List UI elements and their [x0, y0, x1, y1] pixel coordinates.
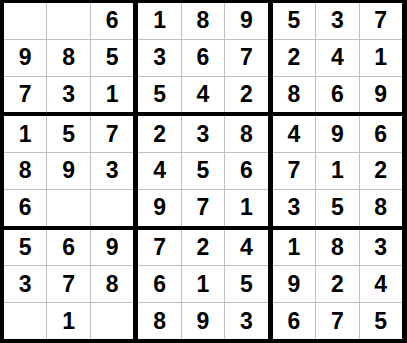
- digit: 3: [240, 310, 253, 333]
- cell-r4c1[interactable]: 1: [4, 116, 46, 152]
- cell-r2c3[interactable]: 5: [91, 40, 133, 76]
- cell-r3c9[interactable]: 9: [360, 77, 402, 113]
- cell-r6c2[interactable]: [47, 190, 89, 226]
- digit: 1: [62, 310, 75, 333]
- cell-r9c7[interactable]: 6: [273, 303, 315, 339]
- digit: 6: [106, 9, 119, 32]
- digit: 5: [197, 159, 210, 182]
- digit: 3: [287, 196, 300, 219]
- digit: 8: [62, 46, 75, 69]
- cell-r6c5[interactable]: 7: [182, 190, 224, 226]
- cell-r3c4[interactable]: 5: [138, 77, 180, 113]
- digit: 5: [240, 273, 253, 296]
- sudoku-board: 6985731189367542537241869157893623845697…: [0, 0, 407, 343]
- cell-r3c2[interactable]: 3: [47, 77, 89, 113]
- cell-r1c5[interactable]: 8: [182, 3, 224, 39]
- digit: 7: [153, 236, 166, 259]
- cell-r6c6[interactable]: 1: [225, 190, 267, 226]
- digit: 6: [331, 83, 344, 106]
- cell-r8c1[interactable]: 3: [4, 266, 46, 302]
- digit: 6: [153, 273, 166, 296]
- digit: 1: [374, 46, 387, 69]
- cell-r7c2[interactable]: 6: [47, 230, 89, 266]
- cell-r3c6[interactable]: 2: [225, 77, 267, 113]
- cell-r4c2[interactable]: 5: [47, 116, 89, 152]
- digit: 2: [331, 273, 344, 296]
- digit: 9: [374, 83, 387, 106]
- cell-r7c3[interactable]: 9: [91, 230, 133, 266]
- cell-r2c4[interactable]: 3: [138, 40, 180, 76]
- cell-r6c9[interactable]: 8: [360, 190, 402, 226]
- digit: 5: [374, 310, 387, 333]
- cell-r8c6[interactable]: 5: [225, 266, 267, 302]
- digit: 2: [240, 83, 253, 106]
- cell-r2c8[interactable]: 4: [316, 40, 358, 76]
- cell-r1c1[interactable]: [4, 3, 46, 39]
- digit: 2: [287, 46, 300, 69]
- box-5: 238456971: [138, 116, 267, 225]
- cell-r3c5[interactable]: 4: [182, 77, 224, 113]
- cell-r7c7[interactable]: 1: [273, 230, 315, 266]
- cell-r9c1[interactable]: [4, 303, 46, 339]
- cell-r7c1[interactable]: 5: [4, 230, 46, 266]
- digit: 8: [331, 236, 344, 259]
- digit: 3: [106, 159, 119, 182]
- digit: 3: [153, 46, 166, 69]
- digit: 8: [287, 83, 300, 106]
- cell-r3c3[interactable]: 1: [91, 77, 133, 113]
- cell-r1c8[interactable]: 3: [316, 3, 358, 39]
- digit: 2: [197, 236, 210, 259]
- digit: 4: [240, 236, 253, 259]
- cell-r9c4[interactable]: 8: [138, 303, 180, 339]
- cell-r5c6[interactable]: 6: [225, 153, 267, 189]
- digit: 6: [197, 46, 210, 69]
- cell-r6c7[interactable]: 3: [273, 190, 315, 226]
- digit: 3: [62, 83, 75, 106]
- cell-r5c1[interactable]: 8: [4, 153, 46, 189]
- cell-r7c6[interactable]: 4: [225, 230, 267, 266]
- cell-r8c9[interactable]: 4: [360, 266, 402, 302]
- cell-r2c7[interactable]: 2: [273, 40, 315, 76]
- cell-r1c6[interactable]: 9: [225, 3, 267, 39]
- box-1: 6985731: [4, 3, 133, 112]
- cell-r2c9[interactable]: 1: [360, 40, 402, 76]
- cell-r3c8[interactable]: 6: [316, 77, 358, 113]
- digit: 6: [287, 310, 300, 333]
- cell-r9c8[interactable]: 7: [316, 303, 358, 339]
- cell-r7c4[interactable]: 7: [138, 230, 180, 266]
- cell-r6c1[interactable]: 6: [4, 190, 46, 226]
- cell-r4c5[interactable]: 3: [182, 116, 224, 152]
- digit: 9: [331, 123, 344, 146]
- cell-r5c9[interactable]: 2: [360, 153, 402, 189]
- digit: 5: [62, 123, 75, 146]
- digit: 8: [240, 123, 253, 146]
- cell-r3c7[interactable]: 8: [273, 77, 315, 113]
- cell-r9c5[interactable]: 9: [182, 303, 224, 339]
- digit: 4: [197, 83, 210, 106]
- digit: 6: [19, 196, 32, 219]
- digit: 6: [62, 236, 75, 259]
- cell-r9c3[interactable]: [91, 303, 133, 339]
- digit: 5: [287, 9, 300, 32]
- cell-r1c3[interactable]: 6: [91, 3, 133, 39]
- digit: 8: [197, 9, 210, 32]
- cell-r1c9[interactable]: 7: [360, 3, 402, 39]
- cell-r8c3[interactable]: 8: [91, 266, 133, 302]
- cell-r2c2[interactable]: 8: [47, 40, 89, 76]
- box-8: 724615893: [138, 230, 267, 339]
- digit: 5: [19, 236, 32, 259]
- cell-r1c2[interactable]: [47, 3, 89, 39]
- digit: 8: [106, 273, 119, 296]
- cell-r9c2[interactable]: 1: [47, 303, 89, 339]
- digit: 8: [19, 159, 32, 182]
- digit: 7: [197, 196, 210, 219]
- digit: 2: [374, 159, 387, 182]
- cell-r5c4[interactable]: 4: [138, 153, 180, 189]
- cell-r4c4[interactable]: 2: [138, 116, 180, 152]
- cell-r7c5[interactable]: 2: [182, 230, 224, 266]
- digit: 4: [331, 46, 344, 69]
- cell-r5c7[interactable]: 7: [273, 153, 315, 189]
- cell-r1c7[interactable]: 5: [273, 3, 315, 39]
- cell-r8c4[interactable]: 6: [138, 266, 180, 302]
- cell-r4c8[interactable]: 9: [316, 116, 358, 152]
- digit: 5: [331, 196, 344, 219]
- digit: 7: [287, 159, 300, 182]
- cell-r6c3[interactable]: [91, 190, 133, 226]
- digit: 9: [153, 196, 166, 219]
- cell-r2c6[interactable]: 7: [225, 40, 267, 76]
- digit: 9: [287, 273, 300, 296]
- digit: 7: [19, 83, 32, 106]
- digit: 9: [19, 46, 32, 69]
- digit: 8: [153, 310, 166, 333]
- cell-r1c4[interactable]: 1: [138, 3, 180, 39]
- cell-r8c2[interactable]: 7: [47, 266, 89, 302]
- digit: 1: [287, 236, 300, 259]
- cell-r8c8[interactable]: 2: [316, 266, 358, 302]
- digit: 1: [331, 159, 344, 182]
- digit: 3: [197, 123, 210, 146]
- cell-r7c9[interactable]: 3: [360, 230, 402, 266]
- digit: 7: [240, 46, 253, 69]
- digit: 7: [331, 310, 344, 333]
- digit: 3: [331, 9, 344, 32]
- box-9: 183924675: [273, 230, 402, 339]
- digit: 1: [240, 196, 253, 219]
- cell-r4c6[interactable]: 8: [225, 116, 267, 152]
- cell-r8c7[interactable]: 9: [273, 266, 315, 302]
- cell-r6c4[interactable]: 9: [138, 190, 180, 226]
- digit: 2: [153, 123, 166, 146]
- cell-r8c5[interactable]: 1: [182, 266, 224, 302]
- digit: 3: [374, 236, 387, 259]
- digit: 5: [106, 46, 119, 69]
- digit: 5: [153, 83, 166, 106]
- digit: 9: [62, 159, 75, 182]
- box-6: 496712358: [273, 116, 402, 225]
- cell-r4c7[interactable]: 4: [273, 116, 315, 152]
- cell-r3c1[interactable]: 7: [4, 77, 46, 113]
- cell-r2c5[interactable]: 6: [182, 40, 224, 76]
- digit: 1: [153, 9, 166, 32]
- digit: 4: [287, 123, 300, 146]
- box-7: 5693781: [4, 230, 133, 339]
- digit: 7: [374, 9, 387, 32]
- digit: 1: [19, 123, 32, 146]
- cell-r2c1[interactable]: 9: [4, 40, 46, 76]
- cell-r5c2[interactable]: 9: [47, 153, 89, 189]
- digit: 9: [197, 310, 210, 333]
- cell-r4c9[interactable]: 6: [360, 116, 402, 152]
- digit: 6: [240, 159, 253, 182]
- box-2: 189367542: [138, 3, 267, 112]
- digit: 4: [153, 159, 166, 182]
- box-4: 1578936: [4, 116, 133, 225]
- cell-r4c3[interactable]: 7: [91, 116, 133, 152]
- digit: 9: [106, 236, 119, 259]
- cell-r7c8[interactable]: 8: [316, 230, 358, 266]
- box-3: 537241869: [273, 3, 402, 112]
- cell-r5c8[interactable]: 1: [316, 153, 358, 189]
- cell-r5c3[interactable]: 3: [91, 153, 133, 189]
- cell-r6c8[interactable]: 5: [316, 190, 358, 226]
- digit: 4: [374, 273, 387, 296]
- digit: 3: [19, 273, 32, 296]
- digit: 8: [374, 196, 387, 219]
- digit: 7: [106, 123, 119, 146]
- cell-r5c5[interactable]: 5: [182, 153, 224, 189]
- digit: 7: [62, 273, 75, 296]
- digit: 6: [374, 123, 387, 146]
- cell-r9c6[interactable]: 3: [225, 303, 267, 339]
- cell-r9c9[interactable]: 5: [360, 303, 402, 339]
- digit: 1: [106, 83, 119, 106]
- digit: 9: [240, 9, 253, 32]
- digit: 1: [197, 273, 210, 296]
